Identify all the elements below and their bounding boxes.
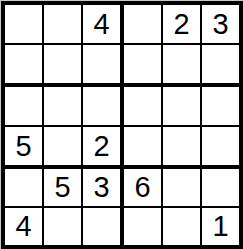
cell-r3c3-empty[interactable] — [83, 87, 124, 127]
cell-r5c3-given-3[interactable]: 3 — [83, 169, 124, 208]
cell-r6c1-given-4[interactable]: 4 — [5, 208, 44, 245]
cell-r6c3-empty[interactable] — [83, 208, 124, 245]
sudoku-screenshot: 4235253641 — [0, 0, 243, 249]
cell-r1c5-given-2[interactable]: 2 — [163, 5, 202, 45]
cell-r5c4-given-6[interactable]: 6 — [124, 169, 163, 208]
cell-r3c2-empty[interactable] — [44, 87, 83, 127]
cell-r2c4-empty[interactable] — [124, 45, 163, 87]
sudoku-board: 4235253641 — [1, 1, 243, 249]
cell-r1c6-given-3[interactable]: 3 — [202, 5, 239, 45]
cell-r6c4-empty[interactable] — [124, 208, 163, 245]
cell-r5c6-empty[interactable] — [202, 169, 239, 208]
cell-r4c4-empty[interactable] — [124, 127, 163, 169]
cell-r4c1-given-5[interactable]: 5 — [5, 127, 44, 169]
cell-r3c5-empty[interactable] — [163, 87, 202, 127]
cell-r3c4-empty[interactable] — [124, 87, 163, 127]
cell-r2c3-empty[interactable] — [83, 45, 124, 87]
cell-r1c3-given-4[interactable]: 4 — [83, 5, 124, 45]
cell-r4c3-given-2[interactable]: 2 — [83, 127, 124, 169]
cell-r2c2-empty[interactable] — [44, 45, 83, 87]
cell-r4c5-empty[interactable] — [163, 127, 202, 169]
cell-r4c6-empty[interactable] — [202, 127, 239, 169]
cell-r5c2-given-5[interactable]: 5 — [44, 169, 83, 208]
cell-r6c2-empty[interactable] — [44, 208, 83, 245]
cell-r1c1-empty[interactable] — [5, 5, 44, 45]
cell-r1c4-empty[interactable] — [124, 5, 163, 45]
cell-r6c6-given-1[interactable]: 1 — [202, 208, 239, 245]
cell-r5c1-empty[interactable] — [5, 169, 44, 208]
cell-r3c1-empty[interactable] — [5, 87, 44, 127]
cell-r4c2-empty[interactable] — [44, 127, 83, 169]
cell-r2c5-empty[interactable] — [163, 45, 202, 87]
cell-r1c2-empty[interactable] — [44, 5, 83, 45]
cell-r2c6-empty[interactable] — [202, 45, 239, 87]
cell-r2c1-empty[interactable] — [5, 45, 44, 87]
cell-r6c5-empty[interactable] — [163, 208, 202, 245]
cell-r5c5-empty[interactable] — [163, 169, 202, 208]
cell-r3c6-empty[interactable] — [202, 87, 239, 127]
